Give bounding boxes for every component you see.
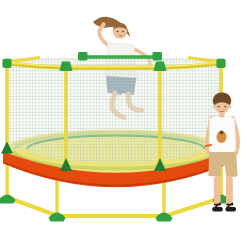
safety-net [6,59,222,172]
rear-post-cap-right [153,52,163,61]
girl-hand-raised [101,22,105,26]
corner-elbow-left [2,59,11,68]
boy-eye-left [218,106,220,108]
boy-leg-left [214,177,221,208]
boy-sandal-right [225,207,236,212]
girl-eye-right [122,31,124,33]
boy-sandal-left [212,207,223,212]
girl-eye-left [117,31,119,33]
net-post-front-left [64,67,68,167]
scene-canvas [0,0,250,250]
boy-wristband [206,145,211,146]
boy-leg-right [226,177,233,208]
trampoline-product-photo [0,0,250,250]
rear-post-cap-left [78,52,88,61]
net-post-front-right [158,67,162,167]
boy-shirt-print-detail [220,131,224,135]
boy-neck [219,113,224,117]
leg-front-left [55,176,58,214]
net-post-left [5,63,9,153]
corner-elbow-right [216,59,225,68]
boy-eye-right [224,106,226,108]
